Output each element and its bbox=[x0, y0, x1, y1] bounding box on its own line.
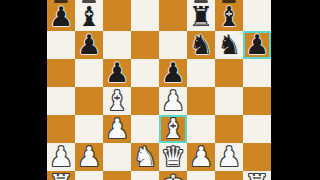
square-b3[interactable] bbox=[75, 115, 103, 143]
square-e1[interactable]: ♚ bbox=[159, 171, 187, 180]
square-d7[interactable] bbox=[131, 3, 159, 31]
black-pawn: ♟ bbox=[245, 31, 269, 59]
white-pawn: ♟ bbox=[49, 143, 73, 171]
square-c6[interactable] bbox=[103, 31, 131, 59]
black-bishop: ♝ bbox=[77, 3, 101, 31]
square-d1[interactable] bbox=[131, 171, 159, 180]
square-a2[interactable]: ♟ bbox=[47, 143, 75, 171]
square-f2[interactable]: ♟ bbox=[187, 143, 215, 171]
black-pawn: ♟ bbox=[49, 3, 73, 31]
white-pawn: ♟ bbox=[77, 143, 101, 171]
white-queen: ♛ bbox=[161, 143, 185, 171]
square-h5[interactable] bbox=[243, 59, 271, 87]
square-h1[interactable]: ♜ bbox=[243, 171, 271, 180]
square-h2[interactable] bbox=[243, 143, 271, 171]
white-knight: ♞ bbox=[133, 143, 157, 171]
square-d3[interactable] bbox=[131, 115, 159, 143]
black-knight: ♞ bbox=[217, 31, 241, 59]
black-pawn: ♟ bbox=[77, 31, 101, 59]
square-e4[interactable]: ♟ bbox=[159, 87, 187, 115]
square-a1[interactable]: ♜ bbox=[47, 171, 75, 180]
black-bishop: ♝ bbox=[217, 3, 241, 31]
square-c2[interactable] bbox=[103, 143, 131, 171]
letterbox-right bbox=[271, 0, 320, 180]
square-f6[interactable]: ♞ bbox=[187, 31, 215, 59]
black-knight: ♞ bbox=[189, 31, 213, 59]
square-a6[interactable] bbox=[47, 31, 75, 59]
square-g1[interactable] bbox=[215, 171, 243, 180]
square-h7[interactable] bbox=[243, 3, 271, 31]
square-g4[interactable] bbox=[215, 87, 243, 115]
white-pawn: ♟ bbox=[161, 87, 185, 115]
square-h3[interactable] bbox=[243, 115, 271, 143]
square-f1[interactable] bbox=[187, 171, 215, 180]
square-f4[interactable] bbox=[187, 87, 215, 115]
square-e6[interactable] bbox=[159, 31, 187, 59]
square-b2[interactable]: ♟ bbox=[75, 143, 103, 171]
black-pawn: ♟ bbox=[105, 59, 129, 87]
square-a7[interactable]: ♟ bbox=[47, 3, 75, 31]
square-c3[interactable]: ♟ bbox=[103, 115, 131, 143]
square-b6[interactable]: ♟ bbox=[75, 31, 103, 59]
square-b1[interactable] bbox=[75, 171, 103, 180]
white-bishop: ♝ bbox=[105, 87, 129, 115]
white-pawn: ♟ bbox=[189, 143, 213, 171]
square-g6[interactable]: ♞ bbox=[215, 31, 243, 59]
square-g7[interactable]: ♝ bbox=[215, 3, 243, 31]
square-g2[interactable]: ♟ bbox=[215, 143, 243, 171]
square-e3[interactable]: ♝ bbox=[159, 115, 187, 143]
square-h6[interactable]: ♟ bbox=[243, 31, 271, 59]
square-f7[interactable]: ♜ bbox=[187, 3, 215, 31]
square-c5[interactable]: ♟ bbox=[103, 59, 131, 87]
square-h4[interactable] bbox=[243, 87, 271, 115]
white-bishop: ♝ bbox=[161, 115, 185, 143]
square-e5[interactable]: ♟ bbox=[159, 59, 187, 87]
chess-board[interactable]: ♟♝♜♝♟♞♞♟♟♟♝♟♟♝♟♟♞♛♟♟♜♚♜ bbox=[47, 3, 271, 180]
square-b7[interactable]: ♝ bbox=[75, 3, 103, 31]
black-pawn: ♟ bbox=[161, 59, 185, 87]
square-f5[interactable] bbox=[187, 59, 215, 87]
white-rook: ♜ bbox=[245, 171, 269, 180]
square-c7[interactable] bbox=[103, 3, 131, 31]
square-d2[interactable]: ♞ bbox=[131, 143, 159, 171]
square-d5[interactable] bbox=[131, 59, 159, 87]
square-a3[interactable] bbox=[47, 115, 75, 143]
video-frame: ♟♝♜♝♟♞♞♟♟♟♝♟♟♝♟♟♞♛♟♟♜♚♜ bbox=[0, 0, 320, 180]
square-c1[interactable] bbox=[103, 171, 131, 180]
letterbox-left bbox=[0, 0, 47, 180]
square-c4[interactable]: ♝ bbox=[103, 87, 131, 115]
square-a5[interactable] bbox=[47, 59, 75, 87]
square-b5[interactable] bbox=[75, 59, 103, 87]
black-rook: ♜ bbox=[189, 3, 213, 31]
white-pawn: ♟ bbox=[105, 115, 129, 143]
square-d6[interactable] bbox=[131, 31, 159, 59]
square-a4[interactable] bbox=[47, 87, 75, 115]
white-king: ♚ bbox=[161, 171, 185, 180]
square-b4[interactable] bbox=[75, 87, 103, 115]
square-f3[interactable] bbox=[187, 115, 215, 143]
white-rook: ♜ bbox=[49, 171, 73, 180]
square-e7[interactable] bbox=[159, 3, 187, 31]
square-e2[interactable]: ♛ bbox=[159, 143, 187, 171]
square-d4[interactable] bbox=[131, 87, 159, 115]
square-g5[interactable] bbox=[215, 59, 243, 87]
square-g3[interactable] bbox=[215, 115, 243, 143]
white-pawn: ♟ bbox=[217, 143, 241, 171]
